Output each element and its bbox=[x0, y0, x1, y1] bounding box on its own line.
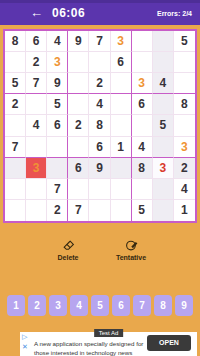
cell-r1c6[interactable]: 3 bbox=[111, 31, 132, 52]
cell-r1c4[interactable]: 9 bbox=[68, 31, 89, 52]
numpad-key-9[interactable]: 9 bbox=[175, 295, 193, 316]
numpad-key-5[interactable]: 5 bbox=[91, 295, 109, 316]
cell-r7c9[interactable]: 2 bbox=[174, 158, 195, 179]
cell-r8c5[interactable] bbox=[89, 179, 110, 200]
cell-r2c3[interactable]: 3 bbox=[47, 52, 68, 73]
cell-r1c2[interactable]: 6 bbox=[26, 31, 47, 52]
ad-banner[interactable]: Test Ad ▷ ✕ A new application specially … bbox=[20, 332, 197, 356]
cell-r6c6[interactable]: 1 bbox=[111, 137, 132, 158]
cell-r9c9[interactable]: 1 bbox=[174, 200, 195, 221]
cell-r5c4[interactable]: 2 bbox=[68, 115, 89, 136]
cell-r8c6[interactable] bbox=[111, 179, 132, 200]
cell-r8c2[interactable] bbox=[26, 179, 47, 200]
ad-close-icon[interactable]: ✕ bbox=[22, 343, 28, 351]
cell-r9c8[interactable] bbox=[153, 200, 174, 221]
cell-r6c8[interactable] bbox=[153, 137, 174, 158]
cell-r9c1[interactable] bbox=[5, 200, 26, 221]
cell-r2c2[interactable]: 2 bbox=[26, 52, 47, 73]
cell-r9c5[interactable] bbox=[89, 200, 110, 221]
cell-r6c5[interactable]: 6 bbox=[89, 137, 110, 158]
game-timer: 06:06 bbox=[52, 6, 85, 20]
sudoku-app: ← 06:06 Errors: 2/4 86497352365792342546… bbox=[0, 0, 200, 356]
cell-r7c5[interactable]: 9 bbox=[89, 158, 110, 179]
cell-r2c8[interactable] bbox=[153, 52, 174, 73]
cell-r7c6[interactable] bbox=[111, 158, 132, 179]
cell-r1c3[interactable]: 4 bbox=[47, 31, 68, 52]
ad-text-line2: those interested in technology news bbox=[34, 349, 132, 356]
cell-r4c5[interactable]: 4 bbox=[89, 94, 110, 115]
cell-r3c7[interactable]: 3 bbox=[132, 73, 153, 94]
back-icon[interactable]: ← bbox=[30, 5, 43, 20]
cell-r2c5[interactable] bbox=[89, 52, 110, 73]
cell-r4c3[interactable]: 5 bbox=[47, 94, 68, 115]
cell-r9c6[interactable] bbox=[111, 200, 132, 221]
cell-r3c1[interactable]: 5 bbox=[5, 73, 26, 94]
cell-r3c6[interactable] bbox=[111, 73, 132, 94]
cell-r5c2[interactable]: 4 bbox=[26, 115, 47, 136]
cell-r8c9[interactable]: 4 bbox=[174, 179, 195, 200]
cell-r7c3[interactable] bbox=[47, 158, 68, 179]
ad-open-button[interactable]: OPEN bbox=[147, 335, 191, 351]
cell-r7c8[interactable]: 3 bbox=[153, 158, 174, 179]
cell-r5c8[interactable]: 5 bbox=[153, 115, 174, 136]
cell-r5c3[interactable]: 6 bbox=[47, 115, 68, 136]
numpad-key-6[interactable]: 6 bbox=[112, 295, 130, 316]
cell-r6c2[interactable] bbox=[26, 137, 47, 158]
numpad-key-2[interactable]: 2 bbox=[28, 295, 46, 316]
delete-button[interactable]: Delete bbox=[44, 239, 92, 261]
cell-r6c3[interactable] bbox=[47, 137, 68, 158]
cell-r7c7[interactable]: 8 bbox=[132, 158, 153, 179]
cell-r8c8[interactable] bbox=[153, 179, 174, 200]
numpad-key-3[interactable]: 3 bbox=[49, 295, 67, 316]
pencil-circle-icon bbox=[104, 239, 158, 252]
cell-r2c7[interactable] bbox=[132, 52, 153, 73]
cell-r7c2[interactable]: 3 bbox=[26, 158, 47, 179]
cell-r1c8[interactable] bbox=[153, 31, 174, 52]
cell-r9c2[interactable] bbox=[26, 200, 47, 221]
cell-r5c5[interactable]: 8 bbox=[89, 115, 110, 136]
cell-r1c5[interactable]: 7 bbox=[89, 31, 110, 52]
cell-r3c9[interactable] bbox=[174, 73, 195, 94]
numpad-key-7[interactable]: 7 bbox=[133, 295, 151, 316]
cell-r4c6[interactable] bbox=[111, 94, 132, 115]
cell-r6c4[interactable] bbox=[68, 137, 89, 158]
delete-label: Delete bbox=[44, 254, 92, 261]
cell-r7c4[interactable]: 6 bbox=[68, 158, 89, 179]
number-pad: 123456789 bbox=[7, 295, 193, 316]
test-ad-badge: Test Ad bbox=[94, 329, 124, 337]
cell-r3c4[interactable] bbox=[68, 73, 89, 94]
cell-r5c1[interactable] bbox=[5, 115, 26, 136]
cell-r9c3[interactable]: 2 bbox=[47, 200, 68, 221]
cell-r2c6[interactable]: 6 bbox=[111, 52, 132, 73]
cell-r1c1[interactable]: 8 bbox=[5, 31, 26, 52]
cell-r2c4[interactable] bbox=[68, 52, 89, 73]
tentative-label: Tentative bbox=[104, 254, 158, 261]
cell-r3c2[interactable]: 7 bbox=[26, 73, 47, 94]
cell-r4c1[interactable]: 2 bbox=[5, 94, 26, 115]
cell-r3c8[interactable]: 4 bbox=[153, 73, 174, 94]
cell-r4c9[interactable]: 8 bbox=[174, 94, 195, 115]
cell-r6c1[interactable]: 7 bbox=[5, 137, 26, 158]
cell-r2c1[interactable] bbox=[5, 52, 26, 73]
numpad-key-1[interactable]: 1 bbox=[7, 295, 25, 316]
cell-r8c7[interactable] bbox=[132, 179, 153, 200]
cell-r4c4[interactable] bbox=[68, 94, 89, 115]
tentative-button[interactable]: Tentative bbox=[104, 239, 158, 261]
numpad-key-8[interactable]: 8 bbox=[154, 295, 172, 316]
app-header: ← 06:06 Errors: 2/4 bbox=[0, 3, 200, 25]
sudoku-board: 8649735236579234254684628576143369832742… bbox=[3, 29, 197, 223]
cell-r7c1[interactable] bbox=[5, 158, 26, 179]
cell-r4c2[interactable] bbox=[26, 94, 47, 115]
cell-r5c6[interactable] bbox=[111, 115, 132, 136]
cell-r1c7[interactable] bbox=[132, 31, 153, 52]
numpad-key-4[interactable]: 4 bbox=[70, 295, 88, 316]
cell-r6c7[interactable]: 4 bbox=[132, 137, 153, 158]
cell-r5c7[interactable] bbox=[132, 115, 153, 136]
ad-info-icon[interactable]: ▷ bbox=[22, 333, 27, 341]
cell-r6c9[interactable]: 3 bbox=[174, 137, 195, 158]
cell-r3c5[interactable]: 2 bbox=[89, 73, 110, 94]
cell-r1c9[interactable]: 5 bbox=[174, 31, 195, 52]
cell-r9c7[interactable]: 5 bbox=[132, 200, 153, 221]
cell-r4c7[interactable]: 6 bbox=[132, 94, 153, 115]
cell-r5c9[interactable] bbox=[174, 115, 195, 136]
cell-r8c4[interactable] bbox=[68, 179, 89, 200]
cell-r8c3[interactable]: 7 bbox=[47, 179, 68, 200]
cell-r8c1[interactable] bbox=[5, 179, 26, 200]
ad-text-line1: A new application specially designed for bbox=[34, 340, 143, 347]
cell-r3c3[interactable]: 9 bbox=[47, 73, 68, 94]
cell-r9c4[interactable]: 7 bbox=[68, 200, 89, 221]
cell-r4c8[interactable] bbox=[153, 94, 174, 115]
cell-r2c9[interactable] bbox=[174, 52, 195, 73]
errors-counter: Errors: 2/4 bbox=[157, 10, 192, 17]
eraser-icon bbox=[44, 239, 92, 252]
